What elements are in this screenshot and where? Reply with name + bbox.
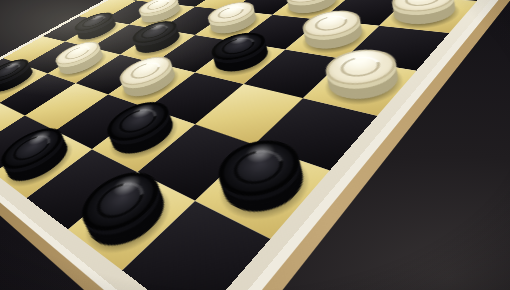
black-checker-piece[interactable] (0, 137, 80, 192)
square-r5c6[interactable] (195, 42, 285, 84)
checkers-board (0, 0, 510, 290)
white-checker-piece[interactable] (317, 62, 410, 108)
white-checker-piece[interactable] (384, 1, 464, 31)
board-grid (0, 0, 510, 290)
photo-scene (0, 0, 510, 290)
